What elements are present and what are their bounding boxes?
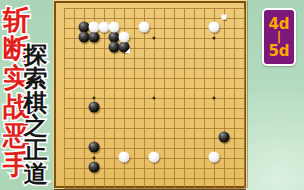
white-stone — [209, 152, 220, 163]
rank-badge-bottom: 5d — [268, 43, 289, 59]
grid-line-vertical — [164, 9, 165, 189]
grid-line-vertical — [244, 9, 245, 189]
white-stone — [149, 152, 160, 163]
grid-line-vertical — [134, 9, 135, 189]
white-stone — [209, 22, 220, 33]
rank-badge-separator: | — [277, 32, 281, 43]
grid-line-horizontal — [64, 138, 244, 139]
grid-line-horizontal — [64, 178, 244, 179]
star-point — [213, 97, 216, 100]
black-stone — [89, 142, 100, 153]
white-stone — [139, 22, 150, 33]
grid-line-vertical — [204, 9, 205, 189]
black-stone — [89, 162, 100, 173]
go-board[interactable] — [54, 1, 246, 188]
white-stone — [119, 32, 130, 43]
caption-char: 道 — [21, 163, 50, 187]
grid-line-vertical — [104, 9, 105, 189]
white-stone — [109, 22, 120, 33]
grid-line-vertical — [64, 9, 65, 189]
caption-char: 斩 — [0, 5, 33, 34]
grid-line-vertical — [234, 9, 235, 189]
grid-line-horizontal — [64, 128, 244, 129]
star-point — [153, 37, 156, 40]
grid-line-horizontal — [64, 188, 244, 189]
grid-line-vertical — [224, 9, 225, 189]
black-stone — [219, 132, 230, 143]
star-point — [93, 157, 96, 160]
white-stone — [119, 152, 130, 163]
star-point — [93, 97, 96, 100]
grid-line-vertical — [184, 9, 185, 189]
black-stone — [119, 42, 130, 53]
star-point — [213, 37, 216, 40]
grid-line-vertical — [174, 9, 175, 189]
star-point — [153, 97, 156, 100]
last-move-triangle-icon — [125, 48, 131, 54]
caption-dark-vertical: 探索棋之正道 — [21, 44, 50, 187]
grid-line-horizontal — [64, 118, 244, 119]
black-stone — [89, 102, 100, 113]
black-stone — [89, 32, 100, 43]
thumbnail-stage: 斩断实战恶手 探索棋之正道 4d | 5d — [0, 0, 304, 190]
rank-badge: 4d | 5d — [262, 8, 296, 66]
grid-line-vertical — [74, 9, 75, 189]
square-marker-icon — [222, 15, 227, 20]
grid-line-vertical — [194, 9, 195, 189]
grid-line-vertical — [144, 9, 145, 189]
